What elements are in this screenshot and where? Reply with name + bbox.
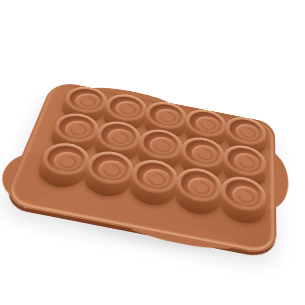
cavity-swirl	[106, 127, 136, 149]
cavity-recess	[66, 86, 106, 113]
mold-cavity	[80, 159, 134, 200]
cavity-recess	[88, 152, 131, 185]
cavity-recess	[43, 143, 88, 175]
cavity-swirl	[155, 107, 182, 127]
product-photo	[0, 0, 305, 305]
cavity-swirl	[74, 92, 103, 112]
cavity-swirl	[142, 167, 172, 192]
cavity-swirl	[51, 150, 84, 174]
mold-cavity	[126, 168, 177, 210]
cavity-recess	[55, 113, 97, 142]
cavity-recess	[107, 94, 145, 121]
cavity-swirl	[63, 119, 94, 141]
cavity-swirl	[149, 135, 178, 157]
mold-cavity	[173, 176, 222, 218]
mold-tray	[2, 80, 277, 257]
cavity-grid	[33, 91, 257, 227]
cavity-swirl	[236, 122, 261, 143]
cavity-recess	[98, 121, 138, 151]
cavity-swirl	[96, 158, 128, 182]
cavity-swirl	[114, 99, 142, 119]
cavity-swirl	[234, 151, 260, 174]
cavity-swirl	[187, 175, 216, 200]
cavity-swirl	[195, 115, 221, 136]
cavity-swirl	[232, 184, 260, 209]
cavity-swirl	[191, 143, 218, 166]
mold-cavity	[219, 185, 266, 228]
